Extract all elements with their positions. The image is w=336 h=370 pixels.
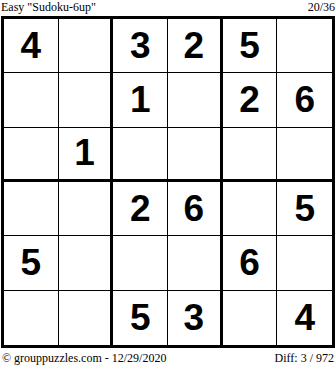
cell-r4c5-empty[interactable] [223,182,278,236]
cell-r2c2-empty[interactable] [59,73,114,127]
cell-r3c4-empty[interactable] [168,128,223,182]
cell-r4c3-given[interactable]: 2 [113,182,168,236]
cell-r3c2-given[interactable]: 1 [59,128,114,182]
cell-r1c1-given[interactable]: 4 [4,19,59,73]
cell-r5c4-empty[interactable] [168,236,223,290]
cell-r3c5-empty[interactable] [223,128,278,182]
header: Easy "Sudoku-6up" 20/36 [0,0,336,16]
cell-r2c3-given[interactable]: 1 [113,73,168,127]
cell-r6c1-empty[interactable] [4,291,59,345]
cell-r1c5-given[interactable]: 5 [223,19,278,73]
footer: © grouppuzzles.com - 12/29/2020 Diff: 3 … [0,348,336,365]
cell-r3c1-empty[interactable] [4,128,59,182]
cell-r6c5-empty[interactable] [223,291,278,345]
cell-r1c6-empty[interactable] [277,19,332,73]
cell-r2c4-empty[interactable] [168,73,223,127]
cell-r6c4-given[interactable]: 3 [168,291,223,345]
cell-r2c1-empty[interactable] [4,73,59,127]
cell-r2c6-given[interactable]: 6 [277,73,332,127]
puzzle-counter: 20/36 [308,1,335,14]
puzzle-title: Easy "Sudoku-6up" [1,1,96,14]
cell-r1c4-given[interactable]: 2 [168,19,223,73]
cell-r4c6-given[interactable]: 5 [277,182,332,236]
difficulty-text: Diff: 3 / 972 [275,352,334,365]
cell-r1c2-empty[interactable] [59,19,114,73]
cell-r4c1-empty[interactable] [4,182,59,236]
copyright-text: © grouppuzzles.com - 12/29/2020 [2,352,166,365]
cell-r4c4-given[interactable]: 6 [168,182,223,236]
cell-r6c3-given[interactable]: 5 [113,291,168,345]
cell-r5c3-empty[interactable] [113,236,168,290]
cell-r3c3-empty[interactable] [113,128,168,182]
cell-r6c2-empty[interactable] [59,291,114,345]
cell-r5c2-empty[interactable] [59,236,114,290]
cell-r3c6-empty[interactable] [277,128,332,182]
cell-r1c3-given[interactable]: 3 [113,19,168,73]
cell-r6c6-given[interactable]: 4 [277,291,332,345]
cell-r5c5-given[interactable]: 6 [223,236,278,290]
cell-r5c1-given[interactable]: 5 [4,236,59,290]
cell-r2c5-given[interactable]: 2 [223,73,278,127]
cell-r5c6-empty[interactable] [277,236,332,290]
sudoku-board: 4325126126556534 [1,16,335,348]
cell-r4c2-empty[interactable] [59,182,114,236]
